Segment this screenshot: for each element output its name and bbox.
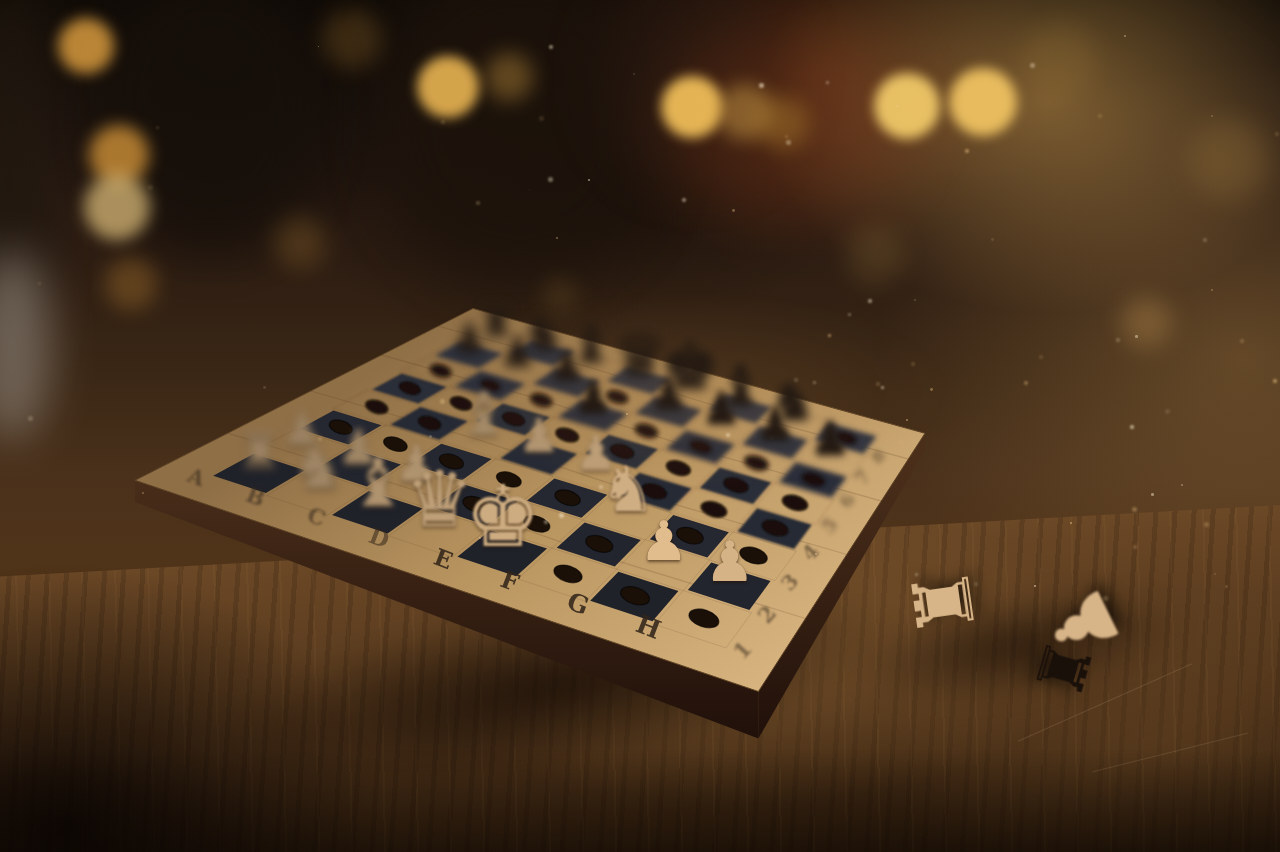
- photo-scene: ABCDEFGH12345678 ♜♞♟♝♟♛♟♚♝♟♟♞♟♝♟♟♟♟♟♜♟♟♞…: [0, 0, 1280, 852]
- dust-speck: [1181, 484, 1183, 486]
- dust-speck: [479, 537, 481, 539]
- dust-speck: [1151, 493, 1154, 496]
- dust-speck: [1132, 507, 1137, 512]
- dust-speck: [930, 388, 933, 391]
- dust-speck: [759, 83, 764, 88]
- dust-speck: [441, 120, 445, 124]
- dust-speck: [682, 198, 686, 202]
- dust-speck: [1070, 522, 1072, 524]
- dust-speck: [633, 73, 635, 75]
- dust-speck: [429, 435, 432, 438]
- dust-speck: [1133, 545, 1137, 549]
- dust-speck: [815, 553, 817, 555]
- dust-speck: [559, 513, 564, 518]
- dust-speck: [556, 237, 558, 239]
- dust-speck: [896, 105, 898, 107]
- dust-speck: [1275, 132, 1279, 136]
- board-svg: ABCDEFGH12345678: [0, 0, 1280, 852]
- dust-speck: [1024, 381, 1028, 385]
- dust-speck: [726, 433, 730, 437]
- dust-speck: [539, 116, 544, 121]
- dust-speck: [1165, 409, 1170, 414]
- dust-speck: [1211, 289, 1213, 291]
- dust-speck: [440, 399, 445, 404]
- dust-speck: [1034, 585, 1036, 587]
- dust-speck: [1130, 425, 1134, 429]
- dust-speck: [1204, 522, 1209, 527]
- dust-speck: [1225, 585, 1228, 588]
- captured-piece-white-rook: ♜: [900, 562, 987, 642]
- dust-speck: [142, 492, 144, 494]
- dust-speck: [1211, 115, 1213, 117]
- dust-speck: [1135, 335, 1138, 338]
- dust-speck: [786, 140, 791, 145]
- dust-speck: [1030, 63, 1035, 68]
- dust-speck: [769, 434, 774, 439]
- piece-glyph: ♜: [895, 561, 994, 643]
- dust-speck: [28, 416, 33, 421]
- dust-speck: [828, 334, 831, 337]
- dust-speck: [548, 177, 553, 182]
- dust-speck: [1214, 573, 1216, 575]
- dust-speck: [1098, 114, 1102, 118]
- dust-speck: [549, 45, 553, 49]
- dust-speck: [1240, 339, 1244, 343]
- dust-speck: [148, 185, 153, 190]
- dust-speck: [599, 485, 603, 489]
- dust-speck: [914, 299, 916, 301]
- dust-speck: [906, 419, 908, 421]
- dust-speck: [1039, 355, 1043, 359]
- dust-speck: [1203, 238, 1207, 242]
- dust-speck: [732, 209, 735, 212]
- dust-speck: [263, 386, 266, 389]
- dust-speck: [991, 238, 994, 241]
